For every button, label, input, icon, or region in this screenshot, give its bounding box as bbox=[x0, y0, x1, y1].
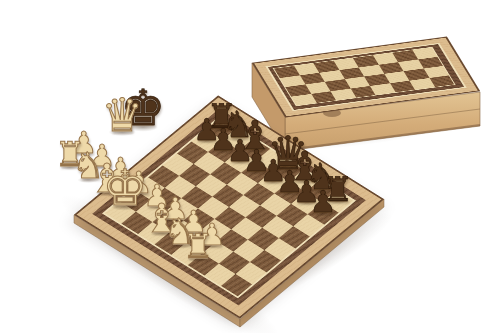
chess-piece-white-rook: ♜ bbox=[183, 229, 213, 263]
box-square bbox=[429, 75, 454, 87]
chess-piece-white-king: ♚ bbox=[102, 163, 147, 213]
chess-piece-black-pawn: ♟ bbox=[310, 187, 337, 217]
product-scene: ♜♞♝♛♝♞♜♟♟♟♟♟♟♟♟♟♟♟♟♟♟♟♟♜♞♝♚♝♞♜♛♚ bbox=[0, 0, 500, 333]
box-checkered-top bbox=[273, 47, 456, 106]
chess-piece-white-queen: ♛ bbox=[101, 92, 142, 138]
